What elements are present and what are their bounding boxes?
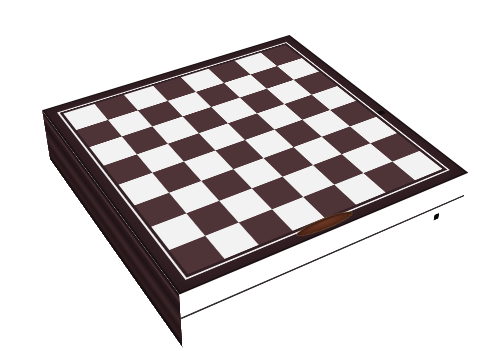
yellow-pawn-b2[interactable]: ♟ bbox=[256, 44, 287, 78]
yellow-pawn-c2[interactable]: ♟ bbox=[229, 52, 260, 87]
yellow-pawn-d2[interactable]: ♟ bbox=[202, 60, 234, 95]
yellow-pawn-h2[interactable]: ♟ bbox=[82, 97, 116, 135]
yellow-pawn-f2[interactable]: ♟ bbox=[143, 78, 176, 114]
scene: ♜♞♝♛♚♝♞♜♟♟♟♟♟♟♟♟♟♟♟♟♟♟♟♟♜♞♝♛♚♝♞♜ bbox=[90, 0, 400, 295]
wooden-chess-box: ♜♞♝♛♚♝♞♜♟♟♟♟♟♟♟♟♟♟♟♟♟♟♟♟♜♞♝♛♚♝♞♜ bbox=[42, 35, 468, 295]
chess-set-photo: ♜♞♝♛♚♝♞♜♟♟♟♟♟♟♟♟♟♟♟♟♟♟♟♟♜♞♝♛♚♝♞♜ bbox=[0, 0, 480, 351]
latch-hole bbox=[434, 213, 440, 221]
chess-board: ♜♞♝♛♚♝♞♜♟♟♟♟♟♟♟♟♟♟♟♟♟♟♟♟♜♞♝♛♚♝♞♜ bbox=[42, 35, 468, 295]
yellow-pawn-e2[interactable]: ♟ bbox=[173, 69, 205, 105]
pieces-layer: ♜♞♝♛♚♝♞♜♟♟♟♟♟♟♟♟♟♟♟♟♟♟♟♟♜♞♝♛♚♝♞♜ bbox=[42, 35, 468, 295]
black-rook-h8[interactable]: ♜ bbox=[173, 205, 219, 257]
yellow-pawn-g2[interactable]: ♟ bbox=[113, 87, 146, 124]
